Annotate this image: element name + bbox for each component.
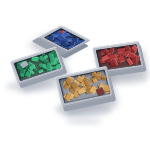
- blue-wooden-piece: [47, 36, 54, 40]
- ground-shadow: [6, 80, 58, 92]
- tan-wooden-piece: [103, 85, 109, 91]
- red-wooden-piece: [117, 55, 125, 62]
- tray-blue-well: [44, 28, 85, 49]
- tan-wooden-piece: [92, 78, 98, 83]
- green-wooden-piece: [31, 56, 39, 62]
- tray-tan-well: [58, 70, 110, 104]
- tray-tan-accent: [95, 87, 104, 96]
- tray-green-well: [13, 50, 60, 81]
- ground-shadow: [66, 119, 102, 124]
- green-wooden-piece: [19, 73, 24, 77]
- tray-tan: [54, 66, 113, 107]
- trays-product-photo: [0, 0, 150, 150]
- green-wooden-piece: [37, 69, 43, 74]
